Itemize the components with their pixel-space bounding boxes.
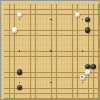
black-stone [85, 17, 90, 22]
star-point [82, 50, 84, 52]
go-board[interactable] [0, 0, 100, 100]
white-stone [75, 12, 80, 17]
go-app-screenshot [0, 0, 100, 100]
white-stone [12, 27, 17, 32]
star-point [19, 50, 21, 52]
star-point [50, 19, 52, 21]
black-stone [17, 69, 22, 74]
black-stone [85, 27, 90, 32]
star-point [50, 50, 52, 52]
star-point [19, 19, 21, 21]
last-move-marker-icon [81, 76, 83, 78]
star-point [19, 82, 21, 84]
white-stone [80, 75, 85, 80]
white-stone [85, 69, 90, 74]
star-point [82, 82, 84, 84]
star-point [82, 19, 84, 21]
black-stone [17, 85, 22, 90]
white-stone [17, 12, 22, 17]
black-stone [90, 64, 95, 69]
star-point [50, 82, 52, 84]
board-intersections[interactable] [1, 1, 99, 99]
